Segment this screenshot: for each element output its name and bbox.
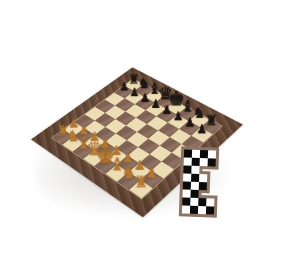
logo-cell-white <box>199 174 207 182</box>
logo-cell-white <box>208 150 216 158</box>
checkered-e-logo <box>182 149 216 214</box>
logo-cell-black <box>206 206 214 214</box>
piece-black-rook: ♜ <box>126 72 142 85</box>
product-photo: ♜♞♝♛♚♝♞♜♟♟♟♟♟♟♟♟♟♟♟♟♟♟♟♟♜♞♝♛♚♝♞♜ <box>0 0 292 261</box>
logo-cell-white <box>191 166 199 174</box>
logo-cell-white <box>206 198 214 206</box>
square-h7: ♟ <box>191 128 212 143</box>
piece-black-bishop: ♝ <box>146 81 163 96</box>
logo-cell-black <box>208 158 216 166</box>
logo-cell-black <box>199 182 207 190</box>
logo-cell-black <box>190 190 198 198</box>
